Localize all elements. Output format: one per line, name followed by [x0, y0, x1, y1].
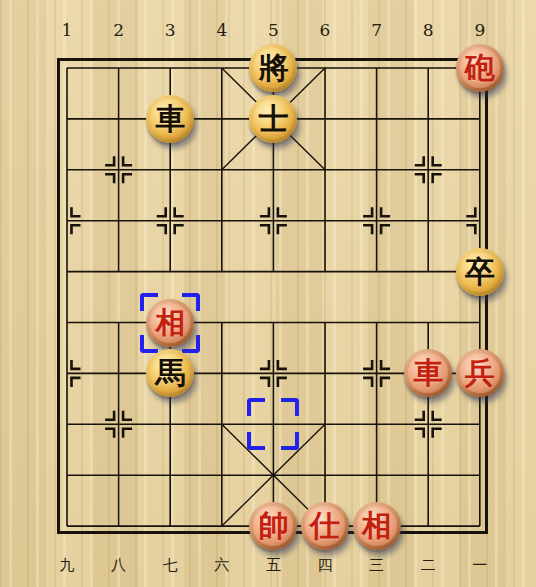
file-label: 4 — [216, 20, 227, 40]
piece-glyph: 砲 — [465, 53, 495, 83]
piece-red-帥[interactable]: 帥 — [249, 502, 297, 550]
bracket-corner — [247, 398, 265, 416]
piece-glyph: 車 — [413, 358, 443, 388]
piece-disc: 士 — [253, 99, 293, 139]
file-label: 8 — [423, 20, 434, 40]
xiangqi-board: 123456789 九八七六五四三二一 將砲車士卒相馬車兵帥仕相 — [0, 0, 536, 587]
piece-disc: 卒 — [460, 252, 500, 292]
piece-red-相[interactable]: 相 — [353, 502, 401, 550]
piece-glyph: 車 — [155, 104, 185, 134]
piece-disc: 將 — [253, 48, 293, 88]
bracket-corner — [247, 432, 265, 450]
piece-glyph: 卒 — [465, 257, 495, 287]
file-label: 二 — [421, 556, 436, 575]
piece-glyph: 相 — [155, 308, 185, 338]
file-label: 6 — [320, 20, 331, 40]
piece-red-兵[interactable]: 兵 — [456, 349, 504, 397]
file-label: 七 — [163, 556, 178, 575]
bracket-corner — [281, 398, 299, 416]
piece-disc: 仕 — [305, 506, 345, 546]
file-label: 三 — [369, 556, 384, 575]
file-label: 八 — [111, 556, 126, 575]
file-label: 一 — [472, 556, 487, 575]
piece-red-車[interactable]: 車 — [404, 349, 452, 397]
piece-disc: 砲 — [460, 48, 500, 88]
piece-disc: 兵 — [460, 353, 500, 393]
bracket-corner — [281, 432, 299, 450]
piece-disc: 車 — [150, 99, 190, 139]
piece-black-卒[interactable]: 卒 — [456, 248, 504, 296]
piece-glyph: 仕 — [310, 511, 340, 541]
file-label: 九 — [60, 556, 75, 575]
file-label: 五 — [266, 556, 281, 575]
file-label: 5 — [268, 20, 279, 40]
piece-black-馬[interactable]: 馬 — [146, 349, 194, 397]
move-target-marker[interactable] — [247, 398, 299, 450]
piece-glyph: 馬 — [155, 358, 185, 388]
file-label: 7 — [371, 20, 382, 40]
file-label: 1 — [62, 20, 73, 40]
piece-disc: 相 — [150, 303, 190, 343]
piece-red-仕[interactable]: 仕 — [301, 502, 349, 550]
file-label: 四 — [318, 556, 333, 575]
piece-disc: 相 — [357, 506, 397, 546]
piece-glyph: 兵 — [465, 358, 495, 388]
piece-black-將[interactable]: 將 — [249, 44, 297, 92]
piece-glyph: 相 — [362, 511, 392, 541]
file-label: 2 — [113, 20, 124, 40]
file-label: 3 — [165, 20, 176, 40]
piece-disc: 帥 — [253, 506, 293, 546]
piece-glyph: 帥 — [258, 511, 288, 541]
piece-disc: 車 — [408, 353, 448, 393]
piece-glyph: 士 — [258, 104, 288, 134]
piece-black-士[interactable]: 士 — [249, 95, 297, 143]
piece-glyph: 將 — [258, 53, 288, 83]
file-label: 9 — [474, 20, 485, 40]
piece-red-砲[interactable]: 砲 — [456, 44, 504, 92]
piece-black-車[interactable]: 車 — [146, 95, 194, 143]
piece-red-相[interactable]: 相 — [146, 299, 194, 347]
piece-disc: 馬 — [150, 353, 190, 393]
file-label: 六 — [214, 556, 229, 575]
